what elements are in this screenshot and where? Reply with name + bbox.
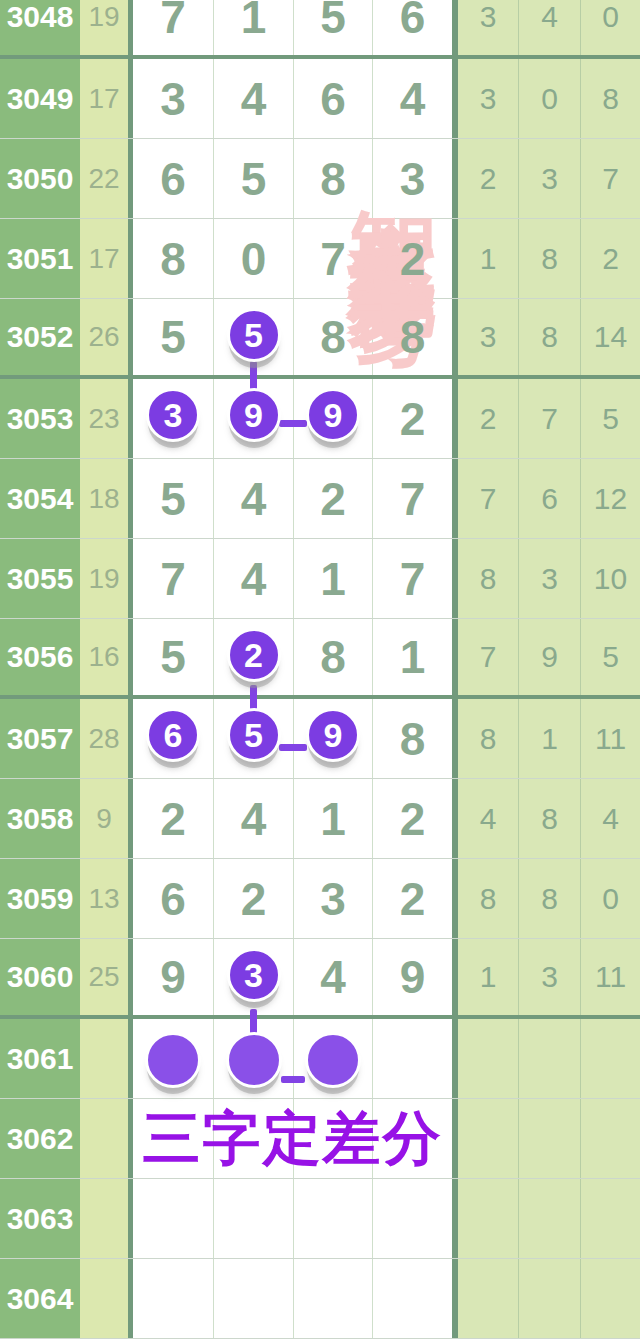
marker-circle-filled: [226, 1032, 282, 1088]
table-row: 3058 9 2 4 1 2 4 8 4: [0, 779, 640, 859]
stat-cell: 11: [580, 699, 640, 778]
table-row: 3050 22 6 5 8 3 2 3 7: [0, 139, 640, 219]
stat-value: 11: [595, 722, 626, 756]
digit-cell: 1: [372, 619, 452, 695]
stat-cell: 11: [580, 939, 640, 1015]
digit-cell: 4: [213, 779, 293, 858]
digit-cell: 2: [372, 379, 452, 458]
stat-value: 3: [541, 162, 558, 196]
digit-cell: 5: [213, 139, 293, 218]
digit-value: 2: [400, 392, 426, 446]
issue-cell: 3062: [0, 1099, 80, 1178]
marker-circle: 3: [146, 388, 200, 442]
marker-circle: 3: [227, 948, 281, 1002]
digit-cell: 8: [293, 139, 372, 218]
digit-cell: [133, 1259, 213, 1338]
digit-cell: 8: [372, 699, 452, 778]
stat-value: 8: [480, 722, 497, 756]
digit-value: 6: [320, 72, 346, 126]
digit-cell: [213, 1179, 293, 1258]
digit-cell: 7: [133, 539, 213, 618]
stat-cell: 8: [458, 539, 518, 618]
stat-value: 11: [595, 960, 626, 994]
sum-cell: 17: [80, 219, 128, 298]
stat-value: 8: [602, 82, 619, 116]
digit-cell: 9: [293, 699, 372, 778]
stat-cell: 7: [518, 379, 580, 458]
issue-number: 3059: [7, 882, 74, 916]
issue-number: 3061: [7, 1042, 74, 1076]
issue-cell: 3051: [0, 219, 80, 298]
issue-cell: 3057: [0, 699, 80, 778]
digit-value: 7: [400, 472, 426, 526]
stat-cell: 3: [458, 0, 518, 55]
sum-value: 28: [88, 723, 119, 755]
digit-value: 2: [241, 872, 267, 926]
digit-cell: 5: [133, 619, 213, 695]
issue-number: 3055: [7, 562, 74, 596]
digit-value: 8: [400, 712, 426, 766]
digit-value: 9: [160, 950, 186, 1004]
marker-circle-filled: [305, 1032, 361, 1088]
digit-cell: [372, 1259, 452, 1338]
sum-value: 18: [88, 483, 119, 515]
digit-cell: 6: [293, 59, 372, 138]
stat-value: 6: [541, 482, 558, 516]
stat-cell: 9: [518, 619, 580, 695]
digit-value: 2: [400, 232, 426, 286]
digit-value: 3: [400, 152, 426, 206]
stat-cell: [580, 1099, 640, 1178]
digit-value: 3: [320, 872, 346, 926]
table-row: 3061: [0, 1019, 640, 1099]
stat-cell: 8: [518, 859, 580, 938]
stat-value: 4: [541, 0, 558, 34]
digit-cell: 1: [293, 539, 372, 618]
digit-cell: 3: [293, 859, 372, 938]
stat-value: 3: [480, 82, 497, 116]
stat-cell: 6: [518, 459, 580, 538]
stat-cell: 14: [580, 299, 640, 375]
stat-cell: 8: [458, 859, 518, 938]
digit-cell: 4: [213, 539, 293, 618]
stat-value: 12: [594, 482, 627, 516]
stat-cell: 8: [580, 59, 640, 138]
issue-cell: 3050: [0, 139, 80, 218]
sum-cell: [80, 1179, 128, 1258]
sum-value: 23: [88, 403, 119, 435]
issue-number: 3063: [7, 1202, 74, 1236]
stat-value: 9: [541, 640, 558, 674]
digit-cell: 3: [133, 379, 213, 458]
stat-value: 10: [594, 562, 627, 596]
stat-value: 0: [602, 882, 619, 916]
table-row: 3055 19 7 4 1 7 8 3 10: [0, 539, 640, 619]
stat-cell: 8: [458, 699, 518, 778]
issue-cell: 3060: [0, 939, 80, 1015]
issue-cell: 3059: [0, 859, 80, 938]
digit-cell: 3: [372, 139, 452, 218]
digit-value: 2: [400, 872, 426, 926]
table-row: 3054 18 5 4 2 7 7 6 12: [0, 459, 640, 539]
digit-cell: [133, 1179, 213, 1258]
issue-cell: 3058: [0, 779, 80, 858]
stat-cell: 0: [580, 859, 640, 938]
stat-cell: 3: [518, 939, 580, 1015]
digit-cell: [293, 1259, 372, 1338]
sum-value: 22: [88, 163, 119, 195]
digit-cell: 5: [213, 299, 293, 375]
table-row: 3057 28 6 5 9 8 8 1 11: [0, 699, 640, 779]
digit-cell: 6: [133, 139, 213, 218]
digit-cell: 5: [133, 299, 213, 375]
digit-cell: 9: [213, 379, 293, 458]
sum-value: 13: [88, 883, 119, 915]
issue-number: 3056: [7, 640, 74, 674]
digit-value: 7: [320, 232, 346, 286]
issue-number: 3064: [7, 1282, 74, 1316]
sum-cell: 26: [80, 299, 128, 375]
stat-cell: [458, 1019, 518, 1098]
digit-value: 7: [160, 0, 186, 44]
issue-number: 3050: [7, 162, 74, 196]
digit-cell: 5: [213, 699, 293, 778]
marker-circle: 9: [227, 388, 281, 442]
digit-cell: 1: [293, 779, 372, 858]
digit-value: 1: [320, 552, 346, 606]
digit-cell: 8: [293, 619, 372, 695]
issue-cell: 3063: [0, 1179, 80, 1258]
annotation-label: 三字定差分: [133, 1099, 452, 1179]
stat-value: 7: [602, 162, 619, 196]
stat-cell: 7: [458, 459, 518, 538]
digit-cell: [372, 1019, 452, 1098]
table-row: 3048 19 7 1 5 6 3 4 0: [0, 0, 640, 59]
digit-cell: 9: [293, 379, 372, 458]
digit-cell: 5: [293, 0, 372, 55]
digit-cell: 2: [133, 779, 213, 858]
digit-cell: [293, 1019, 372, 1098]
digit-cell: 2: [372, 219, 452, 298]
issue-number: 3052: [7, 320, 74, 354]
digit-value: 1: [400, 630, 426, 684]
stat-cell: 4: [580, 779, 640, 858]
stat-value: 3: [541, 960, 558, 994]
digit-cell: [133, 1019, 213, 1098]
digit-cell: 4: [372, 59, 452, 138]
digit-cell: 2: [293, 459, 372, 538]
digit-value: 3: [160, 72, 186, 126]
digit-value: 7: [160, 552, 186, 606]
issue-number: 3057: [7, 722, 74, 756]
sum-cell: 19: [80, 0, 128, 55]
sum-cell: 25: [80, 939, 128, 1015]
sum-cell: 9: [80, 779, 128, 858]
digit-value: 4: [241, 72, 267, 126]
issue-number: 3060: [7, 960, 74, 994]
stat-cell: [580, 1019, 640, 1098]
sum-cell: 17: [80, 59, 128, 138]
digit-cell: 2: [213, 859, 293, 938]
table-row: 3064: [0, 1259, 640, 1339]
digit-cell: 7: [372, 539, 452, 618]
sum-cell: 16: [80, 619, 128, 695]
sum-cell: 13: [80, 859, 128, 938]
stat-cell: [518, 1099, 580, 1178]
sum-value: 19: [88, 1, 119, 33]
stat-cell: 1: [458, 219, 518, 298]
issue-number: 3051: [7, 242, 74, 276]
digit-cell: 2: [213, 619, 293, 695]
issue-cell: 3055: [0, 539, 80, 618]
stat-value: 1: [541, 722, 558, 756]
stat-cell: 2: [458, 139, 518, 218]
stat-value: 1: [480, 242, 497, 276]
digit-cell: 9: [372, 939, 452, 1015]
stat-cell: 1: [518, 699, 580, 778]
stat-value: 7: [541, 402, 558, 436]
stat-cell: 2: [458, 379, 518, 458]
table-row: 3059 13 6 2 3 2 8 8 0: [0, 859, 640, 939]
sum-cell: 19: [80, 539, 128, 618]
table-row: 3062 三字定差分: [0, 1099, 640, 1179]
digit-value: 5: [241, 152, 267, 206]
marker-circle: 2: [227, 628, 281, 682]
stat-cell: [580, 1179, 640, 1258]
issue-cell: 3053: [0, 379, 80, 458]
stat-cell: 0: [580, 0, 640, 55]
digit-value: 8: [400, 310, 426, 364]
stat-cell: [518, 1259, 580, 1338]
digit-cell: 8: [293, 299, 372, 375]
digit-value: 5: [320, 0, 346, 44]
stat-value: 5: [602, 640, 619, 674]
digit-value: 8: [320, 310, 346, 364]
digit-cell: 8: [372, 299, 452, 375]
stat-value: 1: [480, 960, 497, 994]
digit-cell: 6: [133, 859, 213, 938]
stat-cell: [458, 1259, 518, 1338]
sum-value: 26: [88, 321, 119, 353]
stat-cell: 4: [518, 0, 580, 55]
issue-number: 3058: [7, 802, 74, 836]
digit-cell: 2: [372, 779, 452, 858]
stat-value: 14: [594, 320, 627, 354]
stat-value: 8: [541, 242, 558, 276]
marker-circle: 5: [227, 708, 281, 762]
stat-value: 8: [480, 562, 497, 596]
digit-cell: 2: [372, 859, 452, 938]
lottery-trend-chart: 3048 19 7 1 5 6 3 4 0 3049: [0, 0, 640, 1339]
stat-value: 8: [480, 882, 497, 916]
issue-cell: 3052: [0, 299, 80, 375]
digit-value: 2: [160, 792, 186, 846]
stat-cell: 7: [458, 619, 518, 695]
digit-cell: 3: [213, 939, 293, 1015]
stat-cell: 3: [518, 139, 580, 218]
stat-value: 5: [602, 402, 619, 436]
stat-value: 8: [541, 802, 558, 836]
table-row: 3049 17 3 4 6 4 3 0 8: [0, 59, 640, 139]
table-row: 3056 16 5 2 8 1 7 9 5: [0, 619, 640, 699]
marker-circle: 6: [146, 708, 200, 762]
issue-cell: 3049: [0, 59, 80, 138]
stat-value: 8: [541, 882, 558, 916]
table-row: 3063: [0, 1179, 640, 1259]
stat-value: 2: [480, 162, 497, 196]
digit-value: 2: [400, 792, 426, 846]
stat-cell: 3: [458, 299, 518, 375]
stat-cell: 1: [458, 939, 518, 1015]
marker-circle: 9: [306, 708, 360, 762]
stat-cell: 3: [458, 59, 518, 138]
digit-value: 1: [241, 0, 267, 44]
stat-value: 3: [480, 0, 497, 34]
stat-cell: 8: [518, 779, 580, 858]
stat-cell: 7: [580, 139, 640, 218]
stat-value: 4: [602, 802, 619, 836]
digit-value: 7: [400, 552, 426, 606]
issue-cell: 3056: [0, 619, 80, 695]
digit-cell: 4: [213, 459, 293, 538]
digit-value: 0: [241, 232, 267, 286]
sum-cell: [80, 1259, 128, 1338]
digit-value: 2: [320, 472, 346, 526]
digit-cell: 3: [133, 59, 213, 138]
stat-cell: 2: [580, 219, 640, 298]
digit-cell: [213, 1259, 293, 1338]
digit-value: 4: [320, 950, 346, 1004]
marker-circle: 9: [306, 388, 360, 442]
stat-value: 7: [480, 640, 497, 674]
table-row: 3051 17 8 0 7 2 1 8 2: [0, 219, 640, 299]
stat-value: 3: [480, 320, 497, 354]
digit-value: 6: [160, 872, 186, 926]
sum-cell: [80, 1019, 128, 1098]
digit-value: 5: [160, 472, 186, 526]
table-row: 3052 26 5 5 8 8 3 8 14: [0, 299, 640, 379]
stat-cell: [580, 1259, 640, 1338]
digit-cell: 9: [133, 939, 213, 1015]
digit-value: 4: [400, 72, 426, 126]
digit-value: 8: [320, 152, 346, 206]
digit-value: 5: [160, 310, 186, 364]
issue-number: 3049: [7, 82, 74, 116]
stat-value: 2: [602, 242, 619, 276]
digit-value: 4: [241, 552, 267, 606]
digit-value: 6: [400, 0, 426, 44]
stat-cell: 8: [518, 219, 580, 298]
stat-value: 4: [480, 802, 497, 836]
issue-number: 3054: [7, 482, 74, 516]
stat-value: 7: [480, 482, 497, 516]
sum-value: 25: [88, 961, 119, 993]
digit-cell: 4: [293, 939, 372, 1015]
stat-value: 0: [602, 0, 619, 34]
table-row: 3053 23 3 9 9 2 2 7 5: [0, 379, 640, 459]
stat-cell: 10: [580, 539, 640, 618]
stat-cell: 3: [518, 539, 580, 618]
issue-cell: 3064: [0, 1259, 80, 1338]
digit-value: 5: [160, 630, 186, 684]
issue-number: 3062: [7, 1122, 74, 1156]
digit-cell: 8: [133, 219, 213, 298]
sum-cell: [80, 1099, 128, 1178]
table-row: 3060 25 9 3 4 9 1 3 11: [0, 939, 640, 1019]
digit-cell: [293, 1179, 372, 1258]
sum-value: 16: [88, 641, 119, 673]
digit-cell: 1: [213, 0, 293, 55]
digit-value: 4: [241, 792, 267, 846]
sum-cell: 22: [80, 139, 128, 218]
digit-cell: 0: [213, 219, 293, 298]
digit-value: 1: [320, 792, 346, 846]
sum-value: 17: [88, 243, 119, 275]
issue-number: 3048: [7, 0, 74, 34]
stat-value: 0: [541, 82, 558, 116]
digit-cell: 4: [213, 59, 293, 138]
digit-value: 9: [400, 950, 426, 1004]
digit-cell: 7: [293, 219, 372, 298]
digit-value: 8: [160, 232, 186, 286]
stat-cell: 4: [458, 779, 518, 858]
sum-value: 19: [88, 563, 119, 595]
marker-circle: 5: [227, 308, 281, 362]
sum-value: 9: [96, 803, 112, 835]
digit-value: 6: [160, 152, 186, 206]
digit-cell: 6: [133, 699, 213, 778]
digit-value: 4: [241, 472, 267, 526]
stat-cell: [518, 1019, 580, 1098]
digit-cell: [213, 1019, 293, 1098]
digit-cell: 7: [372, 459, 452, 538]
issue-cell: 3054: [0, 459, 80, 538]
issue-cell: 3048: [0, 0, 80, 55]
issue-cell: 3061: [0, 1019, 80, 1098]
digit-value: 8: [320, 630, 346, 684]
digit-cell: 6: [372, 0, 452, 55]
stat-cell: [518, 1179, 580, 1258]
trend-table: 3048 19 7 1 5 6 3 4 0 3049: [0, 0, 640, 1339]
sum-value: 17: [88, 83, 119, 115]
marker-circle-filled: [145, 1032, 201, 1088]
sum-cell: 23: [80, 379, 128, 458]
stat-value: 8: [541, 320, 558, 354]
sum-cell: 18: [80, 459, 128, 538]
stat-value: 2: [480, 402, 497, 436]
issue-number: 3053: [7, 402, 74, 436]
stat-cell: 8: [518, 299, 580, 375]
stat-cell: 5: [580, 379, 640, 458]
stat-cell: 5: [580, 619, 640, 695]
digit-cell: [372, 1179, 452, 1258]
stat-cell: 12: [580, 459, 640, 538]
stat-value: 3: [541, 562, 558, 596]
stat-cell: [458, 1179, 518, 1258]
sum-cell: 28: [80, 699, 128, 778]
stat-cell: [458, 1099, 518, 1178]
digit-cell: 5: [133, 459, 213, 538]
stat-cell: 0: [518, 59, 580, 138]
digit-cell: 7: [133, 0, 213, 55]
